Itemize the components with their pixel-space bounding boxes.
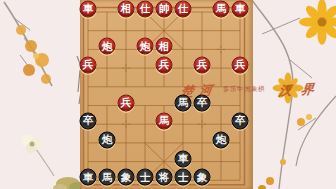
piece-black-pawn[interactable]: 卒 [194, 94, 211, 111]
piece-red-elephant[interactable]: 相 [118, 1, 135, 18]
piece-red-advisor[interactable]: 仕 [175, 1, 192, 18]
piece-red-horse[interactable]: 馬 [156, 113, 173, 130]
piece-red-advisor[interactable]: 仕 [137, 1, 154, 18]
piece-black-pawn[interactable]: 卒 [80, 113, 97, 130]
xiangqi-board[interactable]: 楚河 汉界 多乐中国象棋 [80, 0, 253, 189]
piece-black-horse[interactable]: 馬 [175, 94, 192, 111]
piece-red-elephant[interactable]: 相 [156, 38, 173, 55]
piece-red-rook[interactable]: 車 [80, 1, 97, 18]
piece-red-cannon[interactable]: 炮 [137, 38, 154, 55]
piece-black-advisor[interactable]: 士 [137, 169, 154, 186]
piece-red-horse[interactable]: 馬 [213, 1, 230, 18]
flower-branch-left-icon [4, 2, 52, 86]
piece-red-cannon[interactable]: 炮 [99, 38, 116, 55]
piece-black-horse[interactable]: 馬 [99, 169, 116, 186]
xiangqi-app: 楚河 汉界 多乐中国象棋 車相仕帥仕馬車炮炮相兵兵兵兵兵馬馬卒卒卒炮炮車車馬象士… [0, 0, 336, 189]
yellow-flower-icon [299, 0, 336, 45]
piece-black-cannon[interactable]: 炮 [213, 131, 230, 148]
small-flower-icon [258, 114, 312, 189]
piece-black-pawn[interactable]: 卒 [232, 113, 249, 130]
board-grid [80, 0, 253, 189]
piece-black-cannon[interactable]: 炮 [99, 131, 116, 148]
piece-black-elephant[interactable]: 象 [118, 169, 135, 186]
piece-black-rook[interactable]: 車 [80, 169, 97, 186]
piece-red-pawn[interactable]: 兵 [232, 57, 249, 74]
piece-red-pawn[interactable]: 兵 [156, 57, 173, 74]
piece-red-pawn[interactable]: 兵 [194, 57, 211, 74]
piece-black-rook[interactable]: 車 [175, 150, 192, 167]
piece-red-king[interactable]: 帥 [156, 1, 173, 18]
piece-black-advisor[interactable]: 士 [175, 169, 192, 186]
white-flower-icon [21, 134, 54, 176]
piece-red-rook[interactable]: 車 [232, 1, 249, 18]
piece-black-king[interactable]: 将 [156, 169, 173, 186]
piece-red-pawn[interactable]: 兵 [118, 94, 135, 111]
piece-red-pawn[interactable]: 兵 [80, 57, 97, 74]
river-label-right: 汉界 [278, 80, 325, 100]
app-watermark: 多乐中国象棋 [223, 85, 265, 94]
piece-black-elephant[interactable]: 象 [194, 169, 211, 186]
